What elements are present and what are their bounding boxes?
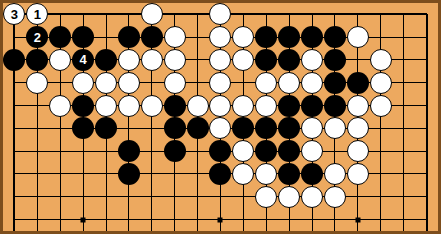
white-stone — [141, 49, 163, 71]
intersection — [255, 49, 278, 72]
intersection — [255, 185, 278, 208]
grid-line-vertical — [106, 163, 107, 186]
grid-line-vertical — [403, 208, 404, 231]
grid-line-vertical — [106, 140, 107, 163]
intersection — [49, 3, 72, 26]
intersection — [346, 140, 369, 163]
grid-line-vertical — [289, 208, 290, 231]
intersection — [324, 185, 347, 208]
white-stone — [347, 26, 369, 48]
intersection — [49, 49, 72, 72]
black-stone — [255, 49, 277, 71]
intersection — [301, 163, 324, 186]
intersection — [392, 185, 415, 208]
intersection — [301, 71, 324, 94]
grid-line-vertical — [174, 208, 175, 231]
white-stone — [301, 49, 323, 71]
grid-line-vertical — [380, 14, 381, 25]
white-stone — [301, 140, 323, 162]
white-stone — [209, 49, 231, 71]
grid-line-horizontal — [14, 196, 25, 197]
move-number-label: 3 — [11, 7, 18, 22]
intersection — [163, 71, 186, 94]
intersection — [209, 208, 232, 231]
white-stone — [49, 95, 71, 117]
intersection — [209, 26, 232, 49]
intersection — [324, 163, 347, 186]
white-stone — [164, 26, 186, 48]
grid-line-vertical — [334, 14, 335, 25]
grid-line-horizontal — [14, 128, 25, 129]
intersection — [95, 71, 118, 94]
grid-line-vertical — [83, 163, 84, 186]
black-stone — [278, 49, 300, 71]
grid-line-vertical — [106, 185, 107, 208]
black-stone — [164, 95, 186, 117]
grid-line-vertical — [83, 185, 84, 208]
intersection — [301, 26, 324, 49]
black-stone — [118, 26, 140, 48]
intersection — [392, 140, 415, 163]
intersection — [95, 185, 118, 208]
intersection — [95, 94, 118, 117]
intersection — [26, 117, 49, 140]
intersection — [186, 140, 209, 163]
intersection — [232, 163, 255, 186]
white-stone — [232, 163, 254, 185]
grid-line-vertical — [197, 49, 198, 72]
grid-line-vertical — [128, 185, 129, 208]
intersection — [163, 140, 186, 163]
intersection — [255, 26, 278, 49]
grid-line-vertical — [151, 117, 152, 140]
intersection — [140, 185, 163, 208]
intersection — [140, 163, 163, 186]
intersection — [392, 3, 415, 26]
intersection — [49, 71, 72, 94]
grid-line-vertical — [357, 185, 358, 208]
black-stone — [301, 163, 323, 185]
grid-line-vertical — [357, 49, 358, 72]
intersection — [3, 117, 26, 140]
grid-line-horizontal — [14, 151, 25, 152]
intersection — [278, 117, 301, 140]
grid-line-vertical — [403, 140, 404, 163]
white-stone — [370, 49, 392, 71]
intersection — [95, 117, 118, 140]
intersection — [140, 3, 163, 26]
intersection — [278, 71, 301, 94]
intersection — [301, 94, 324, 117]
intersection — [140, 71, 163, 94]
intersection — [415, 208, 438, 231]
go-board-grid: 3124 — [3, 3, 438, 231]
black-stone-move-4: 4 — [72, 49, 94, 71]
intersection — [232, 49, 255, 72]
intersection — [95, 163, 118, 186]
intersection — [209, 117, 232, 140]
grid-line-vertical — [334, 208, 335, 231]
intersection: 1 — [26, 3, 49, 26]
grid-line-vertical — [357, 14, 358, 25]
intersection — [415, 26, 438, 49]
star-point — [81, 217, 86, 222]
intersection — [95, 49, 118, 72]
intersection — [26, 208, 49, 231]
black-stone — [118, 163, 140, 185]
grid-line-vertical — [403, 26, 404, 49]
black-stone — [72, 95, 94, 117]
intersection — [186, 185, 209, 208]
grid-line-vertical — [60, 140, 61, 163]
intersection — [117, 140, 140, 163]
grid-line-vertical — [13, 163, 15, 186]
black-stone — [72, 117, 94, 139]
white-stone — [209, 26, 231, 48]
grid-line-vertical — [174, 163, 175, 186]
white-stone — [301, 117, 323, 139]
intersection — [369, 3, 392, 26]
intersection — [369, 26, 392, 49]
intersection — [232, 71, 255, 94]
intersection — [278, 3, 301, 26]
intersection — [346, 94, 369, 117]
intersection — [415, 117, 438, 140]
intersection — [415, 3, 438, 26]
grid-line-vertical — [380, 208, 381, 231]
white-stone — [95, 72, 117, 94]
intersection — [72, 94, 95, 117]
intersection — [72, 140, 95, 163]
intersection — [209, 163, 232, 186]
intersection — [415, 140, 438, 163]
grid-line-vertical — [243, 71, 244, 94]
black-stone — [324, 72, 346, 94]
intersection — [278, 163, 301, 186]
grid-line-vertical — [426, 26, 428, 49]
intersection — [209, 94, 232, 117]
intersection — [369, 117, 392, 140]
intersection — [369, 185, 392, 208]
grid-line-vertical — [13, 185, 15, 208]
grid-line-vertical — [128, 14, 129, 25]
intersection — [301, 185, 324, 208]
white-stone — [278, 186, 300, 208]
intersection — [95, 208, 118, 231]
grid-line-vertical — [37, 94, 38, 117]
intersection — [186, 94, 209, 117]
intersection — [95, 140, 118, 163]
intersection — [369, 49, 392, 72]
grid-line-vertical — [60, 163, 61, 186]
black-stone — [187, 117, 209, 139]
intersection — [26, 185, 49, 208]
intersection — [346, 49, 369, 72]
white-stone — [209, 72, 231, 94]
grid-line-vertical — [197, 208, 198, 231]
intersection — [255, 117, 278, 140]
intersection — [209, 140, 232, 163]
intersection — [3, 208, 26, 231]
grid-line-horizontal — [14, 82, 25, 83]
grid-line-vertical — [174, 14, 175, 25]
black-stone — [301, 26, 323, 48]
grid-line-vertical — [83, 140, 84, 163]
grid-line-vertical — [403, 185, 404, 208]
grid-line-vertical — [151, 185, 152, 208]
intersection — [324, 26, 347, 49]
white-stone — [255, 95, 277, 117]
move-number-label: 1 — [34, 7, 41, 22]
intersection — [117, 185, 140, 208]
grid-line-vertical — [197, 140, 198, 163]
intersection — [140, 140, 163, 163]
white-stone-move-3: 3 — [3, 3, 25, 25]
intersection — [392, 49, 415, 72]
white-stone — [232, 140, 254, 162]
grid-line-vertical — [106, 208, 107, 231]
intersection — [117, 94, 140, 117]
intersection — [346, 117, 369, 140]
star-point — [218, 217, 223, 222]
grid-line-vertical — [197, 71, 198, 94]
intersection — [72, 208, 95, 231]
black-stone — [255, 117, 277, 139]
grid-line-vertical — [13, 26, 15, 49]
intersection — [117, 49, 140, 72]
grid-line-vertical — [380, 117, 381, 140]
intersection — [49, 185, 72, 208]
intersection — [186, 49, 209, 72]
white-stone — [255, 163, 277, 185]
black-stone — [232, 117, 254, 139]
grid-line-vertical — [37, 140, 38, 163]
white-stone — [232, 49, 254, 71]
intersection — [415, 163, 438, 186]
intersection — [301, 49, 324, 72]
white-stone — [324, 163, 346, 185]
white-stone — [209, 3, 231, 25]
intersection — [392, 117, 415, 140]
intersection — [186, 26, 209, 49]
intersection — [324, 140, 347, 163]
grid-line-horizontal — [14, 173, 25, 174]
white-stone — [164, 72, 186, 94]
intersection — [392, 94, 415, 117]
intersection — [26, 163, 49, 186]
grid-line-vertical — [426, 185, 428, 208]
white-stone — [26, 72, 48, 94]
intersection — [140, 94, 163, 117]
intersection — [3, 185, 26, 208]
intersection — [186, 117, 209, 140]
intersection — [163, 117, 186, 140]
intersection — [278, 26, 301, 49]
intersection — [140, 208, 163, 231]
intersection — [324, 117, 347, 140]
grid-line-vertical — [37, 185, 38, 208]
black-stone — [278, 95, 300, 117]
black-stone — [3, 49, 25, 71]
intersection — [278, 185, 301, 208]
white-stone-move-1: 1 — [26, 3, 48, 25]
intersection — [117, 208, 140, 231]
grid-line-vertical — [334, 140, 335, 163]
grid-line-vertical — [37, 117, 38, 140]
intersection — [72, 3, 95, 26]
grid-line-vertical — [312, 208, 313, 231]
intersection — [232, 26, 255, 49]
intersection — [346, 3, 369, 26]
intersection — [209, 49, 232, 72]
grid-line-vertical — [243, 208, 244, 231]
intersection — [49, 208, 72, 231]
intersection — [140, 49, 163, 72]
intersection — [346, 185, 369, 208]
grid-line-vertical — [197, 14, 198, 25]
grid-line-vertical — [37, 163, 38, 186]
intersection — [72, 163, 95, 186]
black-stone — [209, 140, 231, 162]
intersection — [232, 140, 255, 163]
intersection — [186, 208, 209, 231]
black-stone — [49, 26, 71, 48]
intersection — [3, 49, 26, 72]
black-stone — [95, 49, 117, 71]
black-stone — [278, 140, 300, 162]
white-stone — [49, 49, 71, 71]
intersection — [278, 208, 301, 231]
intersection — [415, 71, 438, 94]
grid-line-horizontal — [14, 105, 25, 106]
white-stone — [141, 3, 163, 25]
intersection — [369, 94, 392, 117]
white-stone — [187, 95, 209, 117]
intersection — [163, 208, 186, 231]
grid-line-vertical — [426, 140, 428, 163]
intersection — [255, 3, 278, 26]
intersection — [255, 208, 278, 231]
white-stone — [370, 72, 392, 94]
intersection — [117, 163, 140, 186]
intersection — [95, 3, 118, 26]
white-stone — [95, 95, 117, 117]
white-stone — [301, 186, 323, 208]
black-stone — [301, 95, 323, 117]
black-stone — [209, 163, 231, 185]
black-stone — [324, 26, 346, 48]
black-stone — [347, 72, 369, 94]
white-stone — [72, 72, 94, 94]
intersection — [232, 3, 255, 26]
white-stone — [232, 95, 254, 117]
intersection — [49, 94, 72, 117]
black-stone — [164, 117, 186, 139]
black-stone-move-2: 2 — [26, 26, 48, 48]
intersection — [392, 26, 415, 49]
black-stone — [255, 26, 277, 48]
white-stone — [324, 186, 346, 208]
grid-line-vertical — [106, 26, 107, 49]
star-point — [355, 217, 360, 222]
white-stone — [347, 163, 369, 185]
intersection — [26, 94, 49, 117]
grid-line-vertical — [266, 14, 267, 25]
intersection — [72, 117, 95, 140]
intersection — [255, 140, 278, 163]
intersection — [232, 185, 255, 208]
intersection — [369, 163, 392, 186]
intersection — [278, 49, 301, 72]
intersection — [324, 94, 347, 117]
intersection — [117, 26, 140, 49]
grid-line-vertical — [197, 26, 198, 49]
intersection — [301, 117, 324, 140]
move-number-label: 4 — [80, 52, 87, 67]
grid-line-horizontal — [14, 37, 25, 38]
grid-line-vertical — [60, 14, 61, 25]
grid-line-vertical — [151, 71, 152, 94]
intersection — [3, 71, 26, 94]
intersection — [415, 49, 438, 72]
black-stone — [324, 49, 346, 71]
white-stone — [164, 49, 186, 71]
white-stone — [255, 72, 277, 94]
intersection — [346, 71, 369, 94]
intersection — [163, 49, 186, 72]
grid-line-vertical — [426, 71, 428, 94]
intersection — [186, 163, 209, 186]
intersection — [392, 71, 415, 94]
grid-line-vertical — [403, 71, 404, 94]
intersection: 3 — [3, 3, 26, 26]
intersection — [26, 71, 49, 94]
white-stone — [118, 49, 140, 71]
intersection — [301, 140, 324, 163]
grid-line-vertical — [380, 26, 381, 49]
black-stone — [141, 26, 163, 48]
grid-line-vertical — [83, 14, 84, 25]
intersection — [49, 163, 72, 186]
intersection — [255, 94, 278, 117]
grid-line-vertical — [151, 208, 152, 231]
grid-line-vertical — [60, 185, 61, 208]
intersection — [49, 140, 72, 163]
white-stone — [347, 95, 369, 117]
grid-line-vertical — [426, 117, 428, 140]
black-stone — [278, 26, 300, 48]
grid-line-vertical — [426, 49, 428, 72]
intersection — [392, 163, 415, 186]
grid-line-vertical — [426, 14, 428, 25]
black-stone — [72, 26, 94, 48]
grid-line-vertical — [380, 140, 381, 163]
grid-line-vertical — [403, 94, 404, 117]
intersection — [324, 208, 347, 231]
intersection — [301, 3, 324, 26]
intersection — [415, 94, 438, 117]
white-stone — [255, 186, 277, 208]
grid-line-vertical — [426, 94, 428, 117]
intersection — [324, 3, 347, 26]
grid-line-vertical — [266, 208, 267, 231]
intersection — [163, 163, 186, 186]
intersection — [324, 71, 347, 94]
white-stone — [232, 26, 254, 48]
move-number-label: 2 — [34, 30, 41, 45]
black-stone — [278, 163, 300, 185]
intersection — [72, 185, 95, 208]
